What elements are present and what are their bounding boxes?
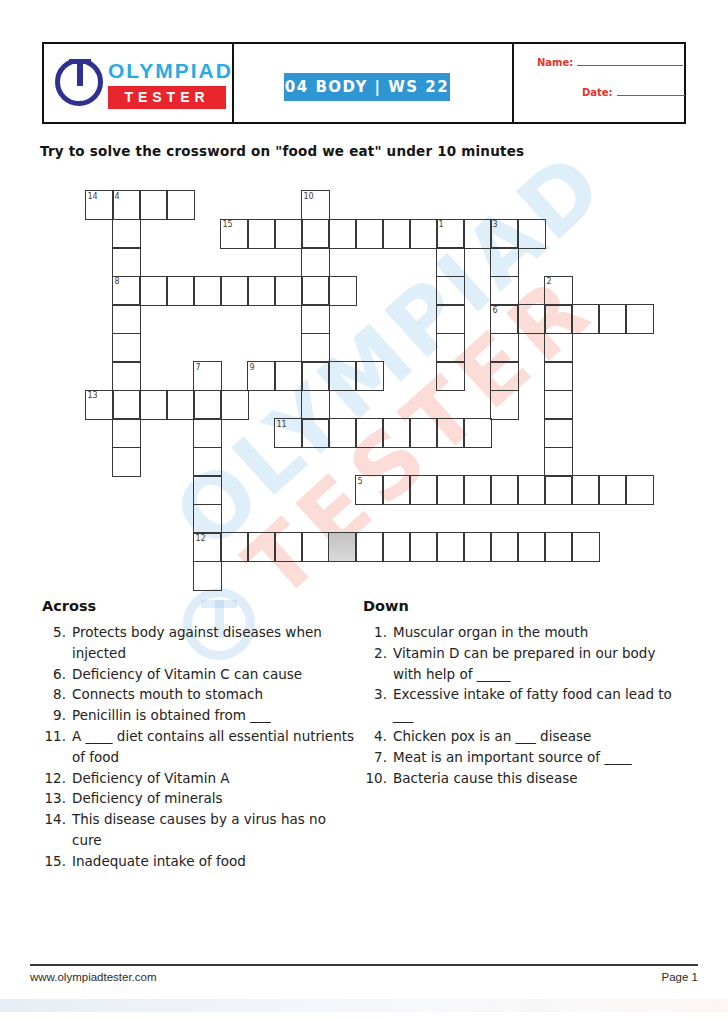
clue-item-number: 13. [42,788,66,809]
grid-cell-r11c4[interactable] [193,504,222,534]
grid-cell-r4c20[interactable] [625,304,654,334]
grid-cell-r2c13[interactable] [436,247,465,277]
clue-number-4: 4 [115,193,120,201]
clue-item-number: 10. [363,768,387,789]
grid-cell-r10c13[interactable] [436,475,465,505]
footer: www.olympiadtester.com Page 1 [30,971,698,983]
grid-cell-r0c3[interactable] [166,190,195,220]
grid-cell-r3c15[interactable] [490,276,519,306]
clue-item-text: Penicillin is obtained from ___ [72,705,357,726]
grid-cell-r12c13[interactable] [436,532,465,562]
grid-cell-r4c8[interactable] [301,304,330,334]
name-input-line[interactable] [577,56,683,66]
grid-cell-r8c10[interactable] [355,418,384,448]
grid-cell-r8c14[interactable] [463,418,492,448]
date-input-line[interactable] [617,86,685,96]
date-label: Date: [582,87,613,98]
clue-item-number: 15. [42,851,66,872]
brand-name-bottom: TESTER [108,86,226,109]
grid-cell-r10c18[interactable] [571,475,600,505]
grid-cell-r9c1[interactable] [112,447,141,477]
grid-cell-r8c4[interactable] [193,418,222,448]
grid-cell-r5c1[interactable] [112,333,141,363]
grid-cell-r3c9[interactable] [328,276,357,306]
grid-cell-r4c1[interactable] [112,304,141,334]
grid-cell-r5c13[interactable] [436,333,465,363]
across-heading: Across [42,598,357,614]
grid-cell-r12c6[interactable] [247,532,276,562]
shaded-cell-r12c9[interactable] [328,532,357,562]
grid-cell-r7c3[interactable] [166,390,195,420]
across-clue-list: 5.Protects body against diseases when in… [42,622,357,872]
grid-cell-r7c5[interactable] [220,390,249,420]
clue-item-text: Meat is an important source of ____ [393,747,673,768]
clue-item-number: 8. [42,684,66,705]
clue-item-text: Inadequate intake of food [72,851,357,872]
grid-cell-r1c1[interactable] [112,219,141,249]
grid-cell-r8c12[interactable] [409,418,438,448]
grid-cell-r4c17[interactable] [544,304,573,334]
clue-number-5: 5 [358,478,363,486]
footer-page-number: Page 1 [662,971,698,983]
grid-cell-r3c13[interactable] [436,276,465,306]
grid-cell-r1c10[interactable] [355,219,384,249]
grid-cell-r6c13[interactable] [436,361,465,391]
clue-item-13: 13.Deficiency of minerals [42,788,357,809]
grid-cell-r1c7[interactable] [274,219,303,249]
grid-cell-r12c12[interactable] [409,532,438,562]
down-heading: Down [363,598,673,614]
grid-cell-r6c9[interactable] [328,361,357,391]
grid-cell-r4c13[interactable] [436,304,465,334]
clue-item-text: Excessive intake of fatty food can lead … [393,684,673,726]
grid-cell-r6c15[interactable] [490,361,519,391]
grid-cell-r2c1[interactable] [112,247,141,277]
clue-item-number: 3. [363,684,387,705]
logo-t-stem [77,59,83,86]
header-box: OLYMPIAD TESTER 04 BODY | WS 22 Name: Da… [42,42,686,124]
clue-item-7: 7.Meat is an important source of ____ [363,747,673,768]
grid-cell-r1c6[interactable] [247,219,276,249]
clue-item-text: This disease causes by a virus has no cu… [72,809,357,851]
grid-cell-r1c8[interactable] [301,219,330,249]
grid-cell-r1c16[interactable] [517,219,546,249]
clue-item-number: 12. [42,768,66,789]
grid-cell-r10c19[interactable] [598,475,627,505]
clue-number-2: 2 [547,278,552,286]
grid-cell-r5c17[interactable] [544,333,573,363]
down-clues-section: Down 1.Muscular organ in the mouth2.Vita… [363,598,673,788]
grid-cell-r10c14[interactable] [463,475,492,505]
clue-item-number: 6. [42,664,66,685]
grid-cell-r4c18[interactable] [571,304,600,334]
clue-item-text: Muscular organ in the mouth [393,622,673,643]
grid-cell-r3c2[interactable] [139,276,168,306]
grid-cell-r10c15[interactable] [490,475,519,505]
grid-cell-r3c8[interactable] [301,276,330,306]
grid-cell-r9c4[interactable] [193,447,222,477]
grid-cell-r8c1[interactable] [112,418,141,448]
grid-cell-r5c8[interactable] [301,333,330,363]
grid-cell-r3c4[interactable] [193,276,222,306]
clue-number-13: 13 [88,392,98,400]
grid-cell-r5c15[interactable] [490,333,519,363]
grid-cell-r3c5[interactable] [220,276,249,306]
clue-item-text: Deficiency of Vitamin C can cause [72,664,357,685]
grid-cell-r7c4[interactable] [193,390,222,420]
grid-cell-r13c4[interactable] [193,561,222,591]
grid-cell-r12c7[interactable] [274,532,303,562]
name-date-section: Name: Date: [512,44,684,122]
grid-cell-r8c9[interactable] [328,418,357,448]
crossword-grid: 144101513826791311512 [85,190,654,591]
clue-number-15: 15 [223,221,233,229]
clue-number-9: 9 [250,364,255,372]
clue-item-number: 2. [363,643,387,664]
grid-cell-r12c15[interactable] [490,532,519,562]
clue-item-number: 7. [363,747,387,768]
across-clues-section: Across 5.Protects body against diseases … [42,598,357,872]
clue-item-number: 5. [42,622,66,643]
clue-item-number: 14. [42,809,66,830]
grid-cell-r10c4[interactable] [193,475,222,505]
grid-cell-r12c16[interactable] [517,532,546,562]
clue-number-6: 6 [493,307,498,315]
grid-cell-r10c11[interactable] [382,475,411,505]
clue-item-8: 8.Connects mouth to stomach [42,684,357,705]
clue-item-number: 11. [42,726,66,747]
footer-website: www.olympiadtester.com [30,971,157,983]
grid-cell-r7c8[interactable] [301,390,330,420]
grid-cell-r8c13[interactable] [436,418,465,448]
clue-item-text: Protects body against diseases when inje… [72,622,357,664]
grid-cell-r12c17[interactable] [544,532,573,562]
clue-item-number: 1. [363,622,387,643]
clue-item-text: Vitamin D can be prepared in our body wi… [393,643,673,685]
grid-cell-r2c8[interactable] [301,247,330,277]
grid-cell-r1c14[interactable] [463,219,492,249]
grid-cell-r0c2[interactable] [139,190,168,220]
clue-number-1: 1 [439,221,444,229]
grid-cell-r12c14[interactable] [463,532,492,562]
clue-item-11: 11.A ____ diet contains all essential nu… [42,726,357,768]
grid-cell-r8c17[interactable] [544,418,573,448]
clue-item-number: 9. [42,705,66,726]
grid-cell-r7c17[interactable] [544,390,573,420]
grid-cell-r1c12[interactable] [409,219,438,249]
clue-item-5: 5.Protects body against diseases when in… [42,622,357,664]
clue-item-text: Connects mouth to stomach [72,684,357,705]
grid-cell-r8c11[interactable] [382,418,411,448]
clue-item-text: A ____ diet contains all essential nutri… [72,726,357,768]
grid-cell-r4c19[interactable] [598,304,627,334]
grid-cell-r12c11[interactable] [382,532,411,562]
grid-cell-r6c10[interactable] [355,361,384,391]
clue-item-14: 14.This disease causes by a virus has no… [42,809,357,851]
clue-item-12: 12.Deficiency of Vitamin A [42,768,357,789]
clue-item-text: Bacteria cause this disease [393,768,673,789]
clue-number-3: 3 [493,221,498,229]
down-clue-list: 1.Muscular organ in the mouth2.Vitamin D… [363,622,673,788]
worksheet-page: OLYMPIAD TESTER 04 BODY | WS 22 Name: Da… [0,0,728,1019]
grid-cell-r1c11[interactable] [382,219,411,249]
grid-cell-r12c18[interactable] [571,532,600,562]
bottom-watermark-band [0,999,728,1012]
grid-cell-r2c15[interactable] [490,247,519,277]
grid-cell-r3c6[interactable] [247,276,276,306]
clue-item-number: 4. [363,726,387,747]
clue-item-10: 10.Bacteria cause this disease [363,768,673,789]
clue-number-8: 8 [115,278,120,286]
grid-cell-r7c2[interactable] [139,390,168,420]
worksheet-badge: 04 BODY | WS 22 [284,73,450,101]
clue-item-9: 9.Penicillin is obtained from ___ [42,705,357,726]
clue-number-11: 11 [277,421,287,429]
clue-item-text: Deficiency of Vitamin A [72,768,357,789]
clue-item-text: Deficiency of minerals [72,788,357,809]
clue-number-12: 12 [196,535,206,543]
grid-cell-r10c17[interactable] [544,475,573,505]
name-label: Name: [537,57,573,68]
clue-item-4: 4.Chicken pox is an ___ disease [363,726,673,747]
grid-cell-r12c8[interactable] [301,532,330,562]
grid-cell-r12c5[interactable] [220,532,249,562]
footer-divider [30,964,698,966]
grid-cell-r10c16[interactable] [517,475,546,505]
grid-cell-r6c1[interactable] [112,361,141,391]
page-title: Try to solve the crossword on "food we e… [40,143,524,159]
clue-item-15: 15.Inadequate intake of food [42,851,357,872]
brand-name-top: OLYMPIAD [108,59,233,83]
grid-cell-r1c9[interactable] [328,219,357,249]
clue-item-1: 1.Muscular organ in the mouth [363,622,673,643]
grid-cell-r3c3[interactable] [166,276,195,306]
clue-number-14: 14 [88,193,98,201]
grid-cell-r10c12[interactable] [409,475,438,505]
header-divider-1 [232,44,234,122]
grid-cell-r3c7[interactable] [274,276,303,306]
grid-cell-r8c8[interactable] [301,418,330,448]
grid-cell-r6c17[interactable] [544,361,573,391]
grid-cell-r4c16[interactable] [517,304,546,334]
grid-cell-r10c20[interactable] [625,475,654,505]
grid-cell-r9c17[interactable] [544,447,573,477]
grid-cell-r12c10[interactable] [355,532,384,562]
clue-item-3: 3.Excessive intake of fatty food can lea… [363,684,673,726]
clue-number-7: 7 [196,364,201,372]
grid-cell-r7c15[interactable] [490,390,519,420]
clue-item-6: 6.Deficiency of Vitamin C can cause [42,664,357,685]
grid-cell-r7c1[interactable] [112,390,141,420]
clue-number-10: 10 [304,193,314,201]
grid-cell-r6c8[interactable] [301,361,330,391]
grid-cell-r6c7[interactable] [274,361,303,391]
clue-item-2: 2.Vitamin D can be prepared in our body … [363,643,673,685]
clue-item-text: Chicken pox is an ___ disease [393,726,673,747]
